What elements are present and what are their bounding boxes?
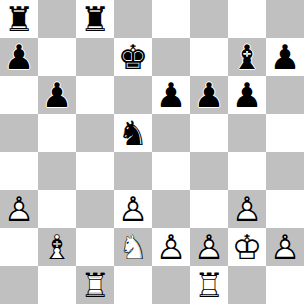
square-f5[interactable] [190, 114, 228, 152]
square-b1[interactable] [38, 266, 76, 304]
white-rook-fill: ♜ [190, 266, 228, 304]
square-a8[interactable]: ♜ [0, 0, 38, 38]
white-pawn: ♙ [114, 190, 152, 228]
black-pawn: ♟ [0, 38, 38, 76]
square-e2[interactable]: ♟♙ [152, 228, 190, 266]
white-pawn-fill: ♟ [266, 228, 304, 266]
square-e7[interactable] [152, 38, 190, 76]
square-b8[interactable] [38, 0, 76, 38]
square-g8[interactable] [228, 0, 266, 38]
chess-board: ♜♜♟♚♝♟♟♟♟♟♞♟♙♟♙♟♙♝♗♞♘♟♙♟♙♚♔♟♙♜♖♜♖ [0, 0, 304, 304]
square-e1[interactable] [152, 266, 190, 304]
white-rook: ♖ [190, 266, 228, 304]
white-pawn-fill: ♟ [228, 190, 266, 228]
square-f2[interactable]: ♟♙ [190, 228, 228, 266]
square-g6[interactable]: ♟ [228, 76, 266, 114]
square-b6[interactable]: ♟ [38, 76, 76, 114]
square-f4[interactable] [190, 152, 228, 190]
square-g1[interactable] [228, 266, 266, 304]
square-h7[interactable]: ♟ [266, 38, 304, 76]
square-c1[interactable]: ♜♖ [76, 266, 114, 304]
square-b7[interactable] [38, 38, 76, 76]
white-rook-fill: ♜ [76, 266, 114, 304]
square-f3[interactable] [190, 190, 228, 228]
square-e4[interactable] [152, 152, 190, 190]
square-f1[interactable]: ♜♖ [190, 266, 228, 304]
white-pawn-fill: ♟ [0, 190, 38, 228]
square-g7[interactable]: ♝ [228, 38, 266, 76]
square-a2[interactable] [0, 228, 38, 266]
square-g2[interactable]: ♚♔ [228, 228, 266, 266]
square-f7[interactable] [190, 38, 228, 76]
square-d5[interactable]: ♞ [114, 114, 152, 152]
black-pawn: ♟ [38, 76, 76, 114]
square-h3[interactable] [266, 190, 304, 228]
white-knight-fill: ♞ [114, 228, 152, 266]
square-g3[interactable]: ♟♙ [228, 190, 266, 228]
square-h1[interactable] [266, 266, 304, 304]
white-king: ♔ [228, 228, 266, 266]
black-pawn: ♟ [190, 76, 228, 114]
square-a4[interactable] [0, 152, 38, 190]
white-pawn-fill: ♟ [152, 228, 190, 266]
square-c4[interactable] [76, 152, 114, 190]
square-a1[interactable] [0, 266, 38, 304]
square-d1[interactable] [114, 266, 152, 304]
black-king: ♚ [114, 38, 152, 76]
white-knight: ♘ [114, 228, 152, 266]
square-a7[interactable]: ♟ [0, 38, 38, 76]
black-knight: ♞ [114, 114, 152, 152]
square-e3[interactable] [152, 190, 190, 228]
square-g4[interactable] [228, 152, 266, 190]
square-c7[interactable] [76, 38, 114, 76]
square-b3[interactable] [38, 190, 76, 228]
square-h6[interactable] [266, 76, 304, 114]
white-pawn: ♙ [266, 228, 304, 266]
square-h5[interactable] [266, 114, 304, 152]
square-a6[interactable] [0, 76, 38, 114]
square-g5[interactable] [228, 114, 266, 152]
square-b2[interactable]: ♝♗ [38, 228, 76, 266]
white-pawn: ♙ [152, 228, 190, 266]
white-pawn-fill: ♟ [190, 228, 228, 266]
square-f6[interactable]: ♟ [190, 76, 228, 114]
square-c8[interactable]: ♜ [76, 0, 114, 38]
white-rook: ♖ [76, 266, 114, 304]
square-d3[interactable]: ♟♙ [114, 190, 152, 228]
white-king-fill: ♚ [228, 228, 266, 266]
white-pawn: ♙ [228, 190, 266, 228]
white-bishop: ♗ [38, 228, 76, 266]
square-a5[interactable] [0, 114, 38, 152]
square-e8[interactable] [152, 0, 190, 38]
square-b4[interactable] [38, 152, 76, 190]
square-h2[interactable]: ♟♙ [266, 228, 304, 266]
square-a3[interactable]: ♟♙ [0, 190, 38, 228]
black-pawn: ♟ [152, 76, 190, 114]
square-d8[interactable] [114, 0, 152, 38]
square-h8[interactable] [266, 0, 304, 38]
square-b5[interactable] [38, 114, 76, 152]
white-pawn: ♙ [190, 228, 228, 266]
white-bishop-fill: ♝ [38, 228, 76, 266]
square-d4[interactable] [114, 152, 152, 190]
black-rook: ♜ [0, 0, 38, 38]
black-rook: ♜ [76, 0, 114, 38]
black-pawn: ♟ [228, 76, 266, 114]
square-c2[interactable] [76, 228, 114, 266]
square-e5[interactable] [152, 114, 190, 152]
square-c5[interactable] [76, 114, 114, 152]
black-bishop: ♝ [228, 38, 266, 76]
black-pawn: ♟ [266, 38, 304, 76]
square-h4[interactable] [266, 152, 304, 190]
square-f8[interactable] [190, 0, 228, 38]
square-c3[interactable] [76, 190, 114, 228]
square-d2[interactable]: ♞♘ [114, 228, 152, 266]
square-e6[interactable]: ♟ [152, 76, 190, 114]
square-d7[interactable]: ♚ [114, 38, 152, 76]
square-d6[interactable] [114, 76, 152, 114]
white-pawn-fill: ♟ [114, 190, 152, 228]
white-pawn: ♙ [0, 190, 38, 228]
square-c6[interactable] [76, 76, 114, 114]
